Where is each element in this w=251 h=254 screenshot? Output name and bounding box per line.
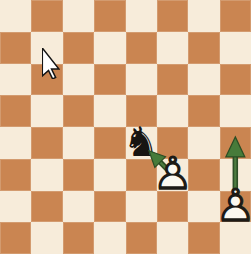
square-c2[interactable]: [63, 191, 94, 223]
square-e8[interactable]: [126, 0, 157, 32]
square-d4[interactable]: [94, 127, 125, 159]
square-g5[interactable]: [188, 95, 219, 127]
square-a6[interactable]: [0, 64, 31, 96]
square-h4[interactable]: [220, 127, 251, 159]
square-d3[interactable]: [94, 159, 125, 191]
square-f7[interactable]: [157, 32, 188, 64]
square-a5[interactable]: [0, 95, 31, 127]
square-a8[interactable]: [0, 0, 31, 32]
square-a1[interactable]: [0, 222, 31, 254]
square-c3[interactable]: [63, 159, 94, 191]
square-f8[interactable]: [157, 0, 188, 32]
square-f6[interactable]: [157, 64, 188, 96]
white-pawn-h2[interactable]: ♟♙: [220, 190, 251, 222]
square-g8[interactable]: [188, 0, 219, 32]
square-c4[interactable]: [63, 127, 94, 159]
white-pawn-outline: ♙: [157, 158, 188, 190]
square-d7[interactable]: [94, 32, 125, 64]
square-c8[interactable]: [63, 0, 94, 32]
square-g4[interactable]: [188, 127, 219, 159]
square-d2[interactable]: [94, 191, 125, 223]
square-h7[interactable]: [220, 32, 251, 64]
square-b8[interactable]: [31, 0, 62, 32]
square-d1[interactable]: [94, 222, 125, 254]
square-b7[interactable]: [31, 32, 62, 64]
white-pawn-outline: ♙: [220, 190, 251, 222]
square-a3[interactable]: [0, 159, 31, 191]
square-c7[interactable]: [63, 32, 94, 64]
square-e7[interactable]: [126, 32, 157, 64]
square-f5[interactable]: [157, 95, 188, 127]
square-c5[interactable]: [63, 95, 94, 127]
square-b3[interactable]: [31, 159, 62, 191]
square-c1[interactable]: [63, 222, 94, 254]
square-h5[interactable]: [220, 95, 251, 127]
square-d6[interactable]: [94, 64, 125, 96]
square-g7[interactable]: [188, 32, 219, 64]
square-e6[interactable]: [126, 64, 157, 96]
square-b4[interactable]: [31, 127, 62, 159]
square-a7[interactable]: [0, 32, 31, 64]
square-b1[interactable]: [31, 222, 62, 254]
square-g6[interactable]: [188, 64, 219, 96]
square-b5[interactable]: [31, 95, 62, 127]
square-b2[interactable]: [31, 191, 62, 223]
square-a2[interactable]: [0, 191, 31, 223]
square-h8[interactable]: [220, 0, 251, 32]
square-d5[interactable]: [94, 95, 125, 127]
square-a4[interactable]: [0, 127, 31, 159]
square-b6[interactable]: [31, 64, 62, 96]
square-d8[interactable]: [94, 0, 125, 32]
chess-app-viewport: ♞♟♙♟♙: [0, 0, 251, 254]
square-e1[interactable]: [126, 222, 157, 254]
square-f1[interactable]: [157, 222, 188, 254]
square-h6[interactable]: [220, 64, 251, 96]
white-pawn-f3[interactable]: ♟♙: [157, 158, 188, 190]
square-c6[interactable]: [63, 64, 94, 96]
